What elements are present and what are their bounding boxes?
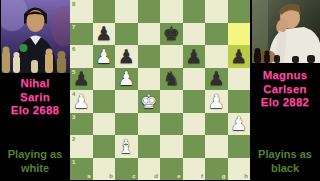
rank-label-1: 1 bbox=[72, 159, 75, 165]
white-pawn: ♟ bbox=[228, 113, 251, 136]
rank-label-7: 7 bbox=[72, 24, 75, 30]
black-pawn: ♟ bbox=[205, 68, 228, 91]
chess-board: 87♟♚6♟♟♟♟5♟♟♞♟4♟♚♟3♟2♝1abcdefgh bbox=[70, 0, 250, 180]
square-h4[interactable] bbox=[228, 90, 251, 113]
square-g3[interactable] bbox=[205, 113, 228, 136]
square-f7[interactable] bbox=[183, 23, 206, 46]
black-pawn: ♟ bbox=[228, 45, 251, 68]
square-e4[interactable] bbox=[160, 90, 183, 113]
file-label-b: b bbox=[109, 173, 113, 179]
square-c3[interactable] bbox=[115, 113, 138, 136]
file-label-g: g bbox=[222, 173, 226, 179]
square-d1[interactable]: d bbox=[138, 158, 161, 181]
left-name-line2: Sarin bbox=[0, 91, 70, 105]
nihal-sarin-photo bbox=[1, 0, 70, 73]
square-c5[interactable]: ♟ bbox=[115, 68, 138, 91]
black-knight: ♞ bbox=[160, 68, 183, 91]
left-player-panel: Nihal Sarin Elo 2688 Playing as white bbox=[0, 0, 70, 180]
square-h8[interactable] bbox=[228, 0, 251, 23]
file-label-h: h bbox=[244, 173, 248, 179]
square-f5[interactable] bbox=[183, 68, 206, 91]
square-g5[interactable]: ♟ bbox=[205, 68, 228, 91]
rank-label-8: 8 bbox=[72, 1, 75, 7]
nihal-photo-illustration bbox=[1, 0, 70, 73]
rank-label-6: 6 bbox=[72, 46, 75, 52]
square-h2[interactable] bbox=[228, 135, 251, 158]
square-a4[interactable]: 4♟ bbox=[70, 90, 93, 113]
square-a5[interactable]: 5♟ bbox=[70, 68, 93, 91]
white-pawn: ♟ bbox=[93, 45, 116, 68]
square-a7[interactable]: 7 bbox=[70, 23, 93, 46]
black-king: ♚ bbox=[160, 23, 183, 46]
left-elo: Elo 2688 bbox=[0, 104, 70, 118]
square-b3[interactable] bbox=[93, 113, 116, 136]
file-label-c: c bbox=[132, 173, 135, 179]
square-b5[interactable] bbox=[93, 68, 116, 91]
black-pawn: ♟ bbox=[183, 45, 206, 68]
square-f1[interactable]: f bbox=[183, 158, 206, 181]
white-king: ♚ bbox=[138, 90, 161, 113]
file-label-f: f bbox=[201, 173, 203, 179]
square-e6[interactable] bbox=[160, 45, 183, 68]
square-f2[interactable] bbox=[183, 135, 206, 158]
square-b6[interactable]: ♟ bbox=[93, 45, 116, 68]
square-h3[interactable]: ♟ bbox=[228, 113, 251, 136]
white-pawn: ♟ bbox=[115, 68, 138, 91]
square-h6[interactable]: ♟ bbox=[228, 45, 251, 68]
square-c2[interactable]: ♝ bbox=[115, 135, 138, 158]
square-f6[interactable]: ♟ bbox=[183, 45, 206, 68]
black-pawn: ♟ bbox=[93, 23, 116, 46]
chess-thumbnail: Nihal Sarin Elo 2688 Playing as white 87… bbox=[0, 0, 320, 180]
right-player-name: Magnus Carlsen Elo 2882 bbox=[250, 69, 320, 110]
square-b8[interactable] bbox=[93, 0, 116, 23]
square-g1[interactable]: g bbox=[205, 158, 228, 181]
square-e7[interactable]: ♚ bbox=[160, 23, 183, 46]
right-caption-line2: black bbox=[250, 161, 320, 175]
file-label-a: a bbox=[87, 173, 90, 179]
magnus-carlsen-photo bbox=[252, 0, 320, 63]
square-d2[interactable] bbox=[138, 135, 161, 158]
square-c7[interactable] bbox=[115, 23, 138, 46]
square-b1[interactable]: b bbox=[93, 158, 116, 181]
square-g8[interactable] bbox=[205, 0, 228, 23]
square-a6[interactable]: 6 bbox=[70, 45, 93, 68]
square-c8[interactable] bbox=[115, 0, 138, 23]
square-g7[interactable] bbox=[205, 23, 228, 46]
badge bbox=[20, 44, 28, 52]
square-e5[interactable]: ♞ bbox=[160, 68, 183, 91]
square-c1[interactable]: c bbox=[115, 158, 138, 181]
left-caption: Playing as white bbox=[0, 147, 70, 175]
black-pawn: ♟ bbox=[115, 45, 138, 68]
file-label-d: d bbox=[154, 173, 158, 179]
square-h1[interactable]: h bbox=[228, 158, 251, 181]
square-f4[interactable] bbox=[183, 90, 206, 113]
square-a2[interactable]: 2 bbox=[70, 135, 93, 158]
right-elo: Elo 2882 bbox=[250, 96, 320, 110]
right-caption: Playins as black bbox=[250, 147, 320, 175]
rank-label-2: 2 bbox=[72, 136, 75, 142]
square-b2[interactable] bbox=[93, 135, 116, 158]
square-e8[interactable] bbox=[160, 0, 183, 23]
square-a3[interactable]: 3 bbox=[70, 113, 93, 136]
square-h7[interactable] bbox=[228, 23, 251, 46]
square-g4[interactable]: ♟ bbox=[205, 90, 228, 113]
square-e2[interactable] bbox=[160, 135, 183, 158]
left-name-line1: Nihal bbox=[0, 77, 70, 91]
white-bishop: ♝ bbox=[115, 135, 138, 158]
square-c4[interactable] bbox=[115, 90, 138, 113]
square-d3[interactable] bbox=[138, 113, 161, 136]
square-f3[interactable] bbox=[183, 113, 206, 136]
square-b4[interactable] bbox=[93, 90, 116, 113]
rank-label-3: 3 bbox=[72, 114, 75, 120]
square-h5[interactable] bbox=[228, 68, 251, 91]
square-e1[interactable]: e bbox=[160, 158, 183, 181]
square-f8[interactable] bbox=[183, 0, 206, 23]
file-label-e: e bbox=[177, 173, 180, 179]
magnus-photo-illustration bbox=[252, 0, 320, 63]
square-d7[interactable] bbox=[138, 23, 161, 46]
rank-label-5: 5 bbox=[72, 69, 75, 75]
square-d8[interactable] bbox=[138, 0, 161, 23]
white-pawn: ♟ bbox=[205, 90, 228, 113]
square-b7[interactable]: ♟ bbox=[93, 23, 116, 46]
right-name-line2: Carlsen bbox=[250, 83, 320, 97]
square-c6[interactable]: ♟ bbox=[115, 45, 138, 68]
square-a8[interactable]: 8 bbox=[70, 0, 93, 23]
right-name-line1: Magnus bbox=[250, 69, 320, 83]
left-caption-line2: white bbox=[0, 161, 70, 175]
square-a1[interactable]: 1a bbox=[70, 158, 93, 181]
square-d4[interactable]: ♚ bbox=[138, 90, 161, 113]
right-caption-line1: Playins as bbox=[250, 147, 320, 161]
square-d6[interactable] bbox=[138, 45, 161, 68]
left-player-name: Nihal Sarin Elo 2688 bbox=[0, 77, 70, 118]
square-g6[interactable] bbox=[205, 45, 228, 68]
rank-label-4: 4 bbox=[72, 91, 75, 97]
square-d5[interactable] bbox=[138, 68, 161, 91]
square-g2[interactable] bbox=[205, 135, 228, 158]
left-caption-line1: Playing as bbox=[0, 147, 70, 161]
right-player-panel: Magnus Carlsen Elo 2882 Playins as black bbox=[250, 0, 320, 180]
square-e3[interactable] bbox=[160, 113, 183, 136]
